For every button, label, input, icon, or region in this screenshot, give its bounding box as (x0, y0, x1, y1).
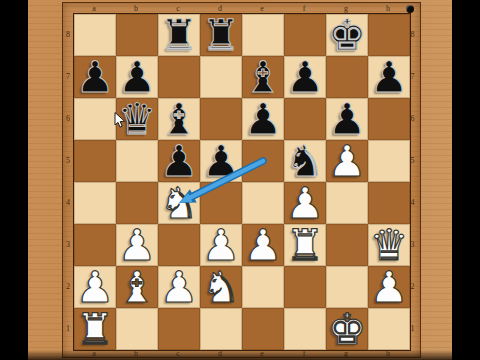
black-pawn[interactable]: ♟ (242, 98, 284, 140)
square-a5[interactable] (74, 140, 116, 182)
square-d6[interactable] (200, 98, 242, 140)
black-pawn[interactable]: ♟ (284, 56, 326, 98)
coord-label-1: 1 (63, 307, 73, 349)
black-pawn[interactable]: ♟ (74, 56, 116, 98)
coord-label-5: 5 (63, 139, 73, 181)
white-pawn[interactable]: ♟ (200, 224, 242, 266)
square-h7[interactable]: ♟ (368, 56, 410, 98)
square-g6[interactable]: ♟ (326, 98, 368, 140)
square-g4[interactable] (326, 182, 368, 224)
coord-label-6: 6 (63, 97, 73, 139)
white-pawn[interactable]: ♟ (368, 266, 410, 308)
white-pawn[interactable]: ♟ (242, 224, 284, 266)
coord-label-g: g (325, 3, 367, 13)
square-e2[interactable] (242, 266, 284, 308)
coord-label-e: e (241, 3, 283, 13)
coord-label-4: 4 (63, 181, 73, 223)
square-f7[interactable]: ♟ (284, 56, 326, 98)
square-e8[interactable] (242, 14, 284, 56)
square-d7[interactable] (200, 56, 242, 98)
square-b5[interactable] (116, 140, 158, 182)
square-b1[interactable] (116, 308, 158, 350)
black-pawn[interactable]: ♟ (200, 140, 242, 182)
white-knight[interactable]: ♞ (200, 266, 242, 308)
square-d2[interactable]: ♞ (200, 266, 242, 308)
white-king[interactable]: ♚ (326, 308, 368, 350)
chess-board: ♜♜♚♟♟♝♟♟♛♝♟♟♟♟♞♟♞♟♟♟♟♜♛♟♝♟♞♟♜♚ (73, 13, 411, 351)
white-pawn[interactable]: ♟ (74, 266, 116, 308)
coord-label-2: 2 (63, 265, 73, 307)
square-c2[interactable]: ♟ (158, 266, 200, 308)
white-pawn[interactable]: ♟ (158, 266, 200, 308)
square-e7[interactable]: ♝ (242, 56, 284, 98)
square-g5[interactable]: ♟ (326, 140, 368, 182)
coord-label-c: c (157, 3, 199, 13)
table-edge-shadow (28, 350, 452, 360)
square-f5[interactable]: ♞ (284, 140, 326, 182)
black-knight[interactable]: ♞ (284, 140, 326, 182)
square-e1[interactable] (242, 308, 284, 350)
square-d4[interactable] (200, 182, 242, 224)
coord-label-d: d (199, 3, 241, 13)
coord-label-h: h (367, 3, 409, 13)
square-h2[interactable]: ♟ (368, 266, 410, 308)
square-h3[interactable]: ♛ (368, 224, 410, 266)
square-f6[interactable] (284, 98, 326, 140)
chess-app-window: abcdefgh abcdefgh 87654321 87654321 ♜♜♚♟… (0, 0, 480, 360)
square-c3[interactable] (158, 224, 200, 266)
square-h6[interactable] (368, 98, 410, 140)
coord-label-a: a (73, 3, 115, 13)
black-pawn[interactable]: ♟ (368, 56, 410, 98)
square-d8[interactable]: ♜ (200, 14, 242, 56)
square-h1[interactable] (368, 308, 410, 350)
rank-labels-left: 87654321 (63, 13, 73, 351)
square-d1[interactable] (200, 308, 242, 350)
square-f2[interactable] (284, 266, 326, 308)
square-g3[interactable] (326, 224, 368, 266)
white-pawn[interactable]: ♟ (326, 140, 368, 182)
square-a6[interactable] (74, 98, 116, 140)
square-g7[interactable] (326, 56, 368, 98)
square-h4[interactable] (368, 182, 410, 224)
square-a7[interactable]: ♟ (74, 56, 116, 98)
square-d3[interactable]: ♟ (200, 224, 242, 266)
black-rook[interactable]: ♜ (158, 14, 200, 56)
square-a1[interactable]: ♜ (74, 308, 116, 350)
white-queen[interactable]: ♛ (368, 224, 410, 266)
square-d5[interactable]: ♟ (200, 140, 242, 182)
square-c4[interactable]: ♞ (158, 182, 200, 224)
coord-label-b: b (115, 3, 157, 13)
square-a4[interactable] (74, 182, 116, 224)
black-pawn[interactable]: ♟ (116, 56, 158, 98)
white-pawn[interactable]: ♟ (116, 224, 158, 266)
black-pawn[interactable]: ♟ (326, 98, 368, 140)
square-b7[interactable]: ♟ (116, 56, 158, 98)
square-f8[interactable] (284, 14, 326, 56)
side-to-move-indicator-dot (406, 5, 414, 13)
square-e3[interactable]: ♟ (242, 224, 284, 266)
white-bishop[interactable]: ♝ (116, 266, 158, 308)
square-e4[interactable] (242, 182, 284, 224)
coord-label-8: 8 (63, 13, 73, 55)
square-b2[interactable]: ♝ (116, 266, 158, 308)
white-rook[interactable]: ♜ (74, 308, 116, 350)
coord-label-3: 3 (63, 223, 73, 265)
square-b8[interactable] (116, 14, 158, 56)
black-bishop[interactable]: ♝ (158, 98, 200, 140)
square-e6[interactable]: ♟ (242, 98, 284, 140)
black-pawn[interactable]: ♟ (158, 140, 200, 182)
square-c5[interactable]: ♟ (158, 140, 200, 182)
square-f1[interactable] (284, 308, 326, 350)
white-pawn[interactable]: ♟ (284, 182, 326, 224)
square-c6[interactable]: ♝ (158, 98, 200, 140)
white-rook[interactable]: ♜ (284, 224, 326, 266)
chess-board-frame: abcdefgh abcdefgh 87654321 87654321 ♜♜♚♟… (62, 2, 421, 358)
square-f3[interactable]: ♜ (284, 224, 326, 266)
square-c7[interactable] (158, 56, 200, 98)
square-b4[interactable] (116, 182, 158, 224)
square-a3[interactable] (74, 224, 116, 266)
coord-label-7: 7 (63, 55, 73, 97)
coord-label-f: f (283, 3, 325, 13)
square-g8[interactable]: ♚ (326, 14, 368, 56)
board-squares[interactable]: ♜♜♚♟♟♝♟♟♛♝♟♟♟♟♞♟♞♟♟♟♟♜♛♟♝♟♞♟♜♚ (73, 13, 411, 351)
square-a2[interactable]: ♟ (74, 266, 116, 308)
square-f4[interactable]: ♟ (284, 182, 326, 224)
black-rook[interactable]: ♜ (200, 14, 242, 56)
square-h5[interactable] (368, 140, 410, 182)
square-e5[interactable] (242, 140, 284, 182)
square-g2[interactable] (326, 266, 368, 308)
black-king[interactable]: ♚ (326, 14, 368, 56)
square-h8[interactable] (368, 14, 410, 56)
square-c1[interactable] (158, 308, 200, 350)
square-a8[interactable] (74, 14, 116, 56)
mouse-cursor (114, 112, 128, 130)
file-labels-top: abcdefgh (73, 3, 411, 13)
black-bishop[interactable]: ♝ (242, 56, 284, 98)
square-b3[interactable]: ♟ (116, 224, 158, 266)
square-g1[interactable]: ♚ (326, 308, 368, 350)
square-c8[interactable]: ♜ (158, 14, 200, 56)
white-knight[interactable]: ♞ (158, 182, 200, 224)
